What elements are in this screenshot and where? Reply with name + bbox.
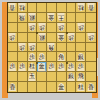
square-9a[interactable]: 香 [8, 3, 18, 13]
sente-pawn-piece[interactable]: 歩 [28, 53, 36, 62]
sente-silver-piece[interactable]: 銀 [67, 72, 75, 81]
square-8a[interactable]: 桂 [18, 3, 28, 13]
sente-knight-piece[interactable]: 桂 [77, 83, 85, 92]
sente-pawn-piece[interactable]: 歩 [8, 62, 16, 71]
sente-gold-piece[interactable]: 金 [38, 62, 46, 71]
square-7b[interactable]: 銀 [28, 13, 38, 23]
square-6d[interactable]: 銀 [37, 33, 47, 43]
gote-lance-piece[interactable]: 香 [87, 3, 95, 12]
square-1d[interactable]: 歩 [86, 33, 96, 43]
gote-pawn-piece[interactable]: 歩 [28, 43, 36, 52]
square-8g[interactable]: 歩 [18, 62, 28, 72]
sente-pawn-piece[interactable]: 歩 [38, 53, 46, 62]
square-6a[interactable] [37, 3, 47, 13]
square-2g[interactable]: 歩 [76, 62, 86, 72]
square-9b[interactable] [8, 13, 18, 23]
gote-pawn-piece[interactable]: 歩 [38, 23, 46, 32]
sente-gold-piece[interactable]: 金 [57, 83, 65, 92]
square-9f[interactable] [8, 52, 18, 62]
gote-gold-piece[interactable]: 金 [57, 33, 65, 42]
square-5f[interactable] [47, 52, 57, 62]
square-5c[interactable] [47, 23, 57, 33]
square-6e[interactable] [37, 43, 47, 53]
square-6i[interactable] [37, 82, 47, 92]
hoshi-dot [66, 32, 68, 34]
square-5i[interactable] [47, 82, 57, 92]
square-1h[interactable] [86, 72, 96, 82]
square-6c[interactable]: 歩 [37, 23, 47, 33]
square-7i[interactable] [28, 82, 38, 92]
sente-pawn-piece[interactable]: 歩 [67, 62, 75, 71]
square-9e[interactable] [8, 43, 18, 53]
square-6h[interactable] [37, 72, 47, 82]
square-5d[interactable] [47, 33, 57, 43]
square-9d[interactable]: 歩 [8, 33, 18, 43]
gote-bishop-piece[interactable]: 角 [47, 43, 55, 52]
square-7e[interactable]: 歩 [28, 43, 38, 53]
gote-pawn-piece[interactable]: 歩 [87, 33, 95, 42]
hoshi-dot [66, 62, 68, 64]
gote-king-piece[interactable]: 王 [57, 13, 65, 22]
sente-pawn-piece[interactable]: 歩 [47, 62, 55, 71]
gote-knight-piece[interactable]: 桂 [77, 3, 85, 12]
gote-pawn-piece[interactable]: 歩 [28, 23, 36, 32]
square-4h[interactable] [57, 72, 67, 82]
square-1f[interactable] [86, 52, 96, 62]
square-7f[interactable]: 歩 [28, 52, 38, 62]
square-9h[interactable] [8, 72, 18, 82]
square-7h[interactable]: 玉 [28, 72, 38, 82]
square-3b[interactable] [67, 13, 77, 23]
square-1i[interactable]: 香 [86, 82, 96, 92]
square-8h[interactable] [18, 72, 28, 82]
square-5g[interactable]: 歩 [47, 62, 57, 72]
square-7g[interactable]: 桂 [28, 62, 38, 72]
sente-bishop-piece[interactable]: 角 [57, 53, 65, 62]
square-4f[interactable]: 角 [57, 52, 67, 62]
square-7d[interactable] [28, 33, 38, 43]
square-3h[interactable]: 銀 [67, 72, 77, 82]
square-4e[interactable] [57, 43, 67, 53]
square-4b[interactable]: 王 [57, 13, 67, 23]
square-4a[interactable] [57, 3, 67, 13]
square-3c[interactable] [67, 23, 77, 33]
square-6g[interactable]: 金 [37, 62, 47, 72]
square-2d[interactable] [76, 33, 86, 43]
sente-pawn-piece[interactable]: 歩 [57, 62, 65, 71]
square-1b[interactable] [86, 13, 96, 23]
square-2h[interactable]: 飛 [76, 72, 86, 82]
square-4d[interactable]: 金 [57, 33, 67, 43]
square-2b[interactable] [76, 13, 86, 23]
square-2i[interactable]: 桂 [76, 82, 86, 92]
square-4c[interactable]: 歩 [57, 23, 67, 33]
square-9c[interactable] [8, 23, 18, 33]
square-8c[interactable] [18, 23, 28, 33]
hoshi-dot [36, 62, 38, 64]
square-2e[interactable] [76, 43, 86, 53]
gote-silver-piece[interactable]: 銀 [38, 33, 46, 42]
square-4i[interactable]: 金 [57, 82, 67, 92]
square-3f[interactable] [67, 52, 77, 62]
gote-pawn-piece[interactable]: 歩 [8, 33, 16, 42]
square-5h[interactable] [47, 72, 57, 82]
sente-rook-piece[interactable]: 飛 [77, 72, 85, 81]
sente-pawn-piece[interactable]: 歩 [77, 62, 85, 71]
sente-lance-piece[interactable]: 香 [8, 83, 16, 92]
sente-pawn-piece[interactable]: 歩 [18, 62, 26, 71]
gote-rook-piece[interactable]: 飛 [18, 13, 26, 22]
gote-lance-piece[interactable]: 香 [8, 3, 16, 12]
hoshi-dot [36, 32, 38, 34]
shogi-app-window: 香桂桂香飛銀金王歩歩歩歩歩銀金歩歩歩歩角歩歩角銀歩歩桂金歩歩歩歩玉銀飛香金桂香 [0, 0, 100, 100]
gote-pawn-piece[interactable]: 歩 [18, 43, 26, 52]
square-7a[interactable] [28, 3, 38, 13]
sente-king-piece[interactable]: 玉 [28, 72, 36, 81]
square-3d[interactable]: 歩 [67, 33, 77, 43]
shogi-board: 香桂桂香飛銀金王歩歩歩歩歩銀金歩歩歩歩角歩歩角銀歩歩桂金歩歩歩歩玉銀飛香金桂香 [7, 2, 97, 93]
square-1e[interactable] [86, 43, 96, 53]
square-3a[interactable] [67, 3, 77, 13]
square-5b[interactable]: 金 [47, 13, 57, 23]
square-3i[interactable] [67, 82, 77, 92]
gote-knight-piece[interactable]: 桂 [18, 3, 26, 12]
square-5e[interactable]: 角 [47, 43, 57, 53]
square-1a[interactable]: 香 [86, 3, 96, 13]
square-4g[interactable]: 歩 [57, 62, 67, 72]
sente-silver-piece[interactable]: 銀 [77, 53, 85, 62]
sente-knight-piece[interactable]: 桂 [28, 62, 36, 71]
square-2f[interactable]: 銀 [76, 52, 86, 62]
square-5a[interactable] [47, 3, 57, 13]
square-8i[interactable] [18, 82, 28, 92]
gote-silver-piece[interactable]: 銀 [28, 13, 36, 22]
square-8b[interactable]: 飛 [18, 13, 28, 23]
gote-pawn-piece[interactable]: 歩 [67, 33, 75, 42]
square-8d[interactable] [18, 33, 28, 43]
sente-lance-piece[interactable]: 香 [87, 83, 95, 92]
square-6f[interactable]: 歩 [37, 52, 47, 62]
square-8f[interactable] [18, 52, 28, 62]
square-1g[interactable] [86, 62, 96, 72]
square-9i[interactable]: 香 [8, 82, 18, 92]
square-3e[interactable] [67, 43, 77, 53]
square-6b[interactable] [37, 13, 47, 23]
gote-pawn-piece[interactable]: 歩 [77, 23, 85, 32]
gote-gold-piece[interactable]: 金 [47, 13, 55, 22]
square-2c[interactable]: 歩 [76, 23, 86, 33]
square-9g[interactable]: 歩 [8, 62, 18, 72]
square-1c[interactable] [86, 23, 96, 33]
gote-pawn-piece[interactable]: 歩 [57, 23, 65, 32]
square-3g[interactable]: 歩 [67, 62, 77, 72]
square-8e[interactable]: 歩 [18, 43, 28, 53]
square-2a[interactable]: 桂 [76, 3, 86, 13]
